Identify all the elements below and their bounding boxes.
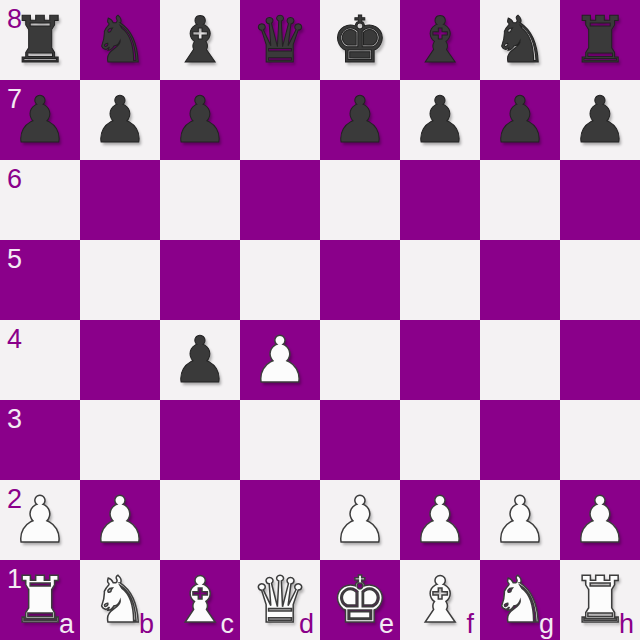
piece-black-pawn[interactable]: ♟ [411, 80, 468, 160]
square-g5[interactable] [480, 240, 560, 320]
square-e1[interactable]: ♚ [320, 560, 400, 640]
square-d1[interactable]: ♛ [240, 560, 320, 640]
square-c8[interactable]: ♝ [160, 0, 240, 80]
piece-white-king[interactable]: ♚ [331, 560, 388, 640]
piece-black-bishop[interactable]: ♝ [411, 0, 468, 80]
piece-white-knight[interactable]: ♞ [491, 560, 548, 640]
chess-board: ♜♞♝♛♚♝♞♜♟♟♟♟♟♟♟♟♟♟♟♟♟♟♟♜♞♝♛♚♝♞♜87654321a… [0, 0, 640, 640]
square-d8[interactable]: ♛ [240, 0, 320, 80]
square-d6[interactable] [240, 160, 320, 240]
square-e6[interactable] [320, 160, 400, 240]
square-a6[interactable] [0, 160, 80, 240]
square-f3[interactable] [400, 400, 480, 480]
square-e2[interactable]: ♟ [320, 480, 400, 560]
piece-white-pawn[interactable]: ♟ [91, 480, 148, 560]
square-h1[interactable]: ♜ [560, 560, 640, 640]
square-c5[interactable] [160, 240, 240, 320]
square-c7[interactable]: ♟ [160, 80, 240, 160]
square-g2[interactable]: ♟ [480, 480, 560, 560]
square-a1[interactable]: ♜ [0, 560, 80, 640]
square-f7[interactable]: ♟ [400, 80, 480, 160]
piece-black-pawn[interactable]: ♟ [11, 80, 68, 160]
square-h4[interactable] [560, 320, 640, 400]
square-g4[interactable] [480, 320, 560, 400]
square-b5[interactable] [80, 240, 160, 320]
piece-white-pawn[interactable]: ♟ [11, 480, 68, 560]
piece-black-rook[interactable]: ♜ [11, 0, 68, 80]
piece-white-rook[interactable]: ♜ [571, 560, 628, 640]
square-b3[interactable] [80, 400, 160, 480]
piece-white-bishop[interactable]: ♝ [171, 560, 228, 640]
square-g1[interactable]: ♞ [480, 560, 560, 640]
square-h7[interactable]: ♟ [560, 80, 640, 160]
square-a4[interactable] [0, 320, 80, 400]
square-h6[interactable] [560, 160, 640, 240]
square-a5[interactable] [0, 240, 80, 320]
square-d7[interactable] [240, 80, 320, 160]
square-d5[interactable] [240, 240, 320, 320]
square-h3[interactable] [560, 400, 640, 480]
piece-black-queen[interactable]: ♛ [251, 0, 308, 80]
piece-black-pawn[interactable]: ♟ [491, 80, 548, 160]
piece-black-pawn[interactable]: ♟ [91, 80, 148, 160]
square-b4[interactable] [80, 320, 160, 400]
square-b8[interactable]: ♞ [80, 0, 160, 80]
square-e7[interactable]: ♟ [320, 80, 400, 160]
square-b6[interactable] [80, 160, 160, 240]
piece-black-pawn[interactable]: ♟ [171, 320, 228, 400]
square-e4[interactable] [320, 320, 400, 400]
square-a3[interactable] [0, 400, 80, 480]
square-a7[interactable]: ♟ [0, 80, 80, 160]
square-f4[interactable] [400, 320, 480, 400]
square-h8[interactable]: ♜ [560, 0, 640, 80]
square-b2[interactable]: ♟ [80, 480, 160, 560]
piece-black-king[interactable]: ♚ [331, 0, 388, 80]
square-c2[interactable] [160, 480, 240, 560]
square-c6[interactable] [160, 160, 240, 240]
piece-black-pawn[interactable]: ♟ [571, 80, 628, 160]
square-f8[interactable]: ♝ [400, 0, 480, 80]
square-d3[interactable] [240, 400, 320, 480]
square-c3[interactable] [160, 400, 240, 480]
piece-white-pawn[interactable]: ♟ [571, 480, 628, 560]
square-h2[interactable]: ♟ [560, 480, 640, 560]
piece-white-pawn[interactable]: ♟ [491, 480, 548, 560]
piece-white-pawn[interactable]: ♟ [331, 480, 388, 560]
piece-black-pawn[interactable]: ♟ [331, 80, 388, 160]
square-d4[interactable]: ♟ [240, 320, 320, 400]
square-e3[interactable] [320, 400, 400, 480]
square-c1[interactable]: ♝ [160, 560, 240, 640]
square-g6[interactable] [480, 160, 560, 240]
piece-black-knight[interactable]: ♞ [491, 0, 548, 80]
square-f5[interactable] [400, 240, 480, 320]
square-a8[interactable]: ♜ [0, 0, 80, 80]
square-h5[interactable] [560, 240, 640, 320]
piece-white-bishop[interactable]: ♝ [411, 560, 468, 640]
square-b1[interactable]: ♞ [80, 560, 160, 640]
piece-white-pawn[interactable]: ♟ [411, 480, 468, 560]
square-e8[interactable]: ♚ [320, 0, 400, 80]
square-b7[interactable]: ♟ [80, 80, 160, 160]
piece-black-rook[interactable]: ♜ [571, 0, 628, 80]
square-a2[interactable]: ♟ [0, 480, 80, 560]
square-c4[interactable]: ♟ [160, 320, 240, 400]
piece-white-knight[interactable]: ♞ [91, 560, 148, 640]
piece-black-bishop[interactable]: ♝ [171, 0, 228, 80]
square-f2[interactable]: ♟ [400, 480, 480, 560]
square-g7[interactable]: ♟ [480, 80, 560, 160]
square-d2[interactable] [240, 480, 320, 560]
piece-white-queen[interactable]: ♛ [251, 560, 308, 640]
square-f6[interactable] [400, 160, 480, 240]
piece-black-pawn[interactable]: ♟ [171, 80, 228, 160]
square-g8[interactable]: ♞ [480, 0, 560, 80]
square-g3[interactable] [480, 400, 560, 480]
piece-black-knight[interactable]: ♞ [91, 0, 148, 80]
square-f1[interactable]: ♝ [400, 560, 480, 640]
piece-white-rook[interactable]: ♜ [11, 560, 68, 640]
square-e5[interactable] [320, 240, 400, 320]
piece-white-pawn[interactable]: ♟ [251, 320, 308, 400]
